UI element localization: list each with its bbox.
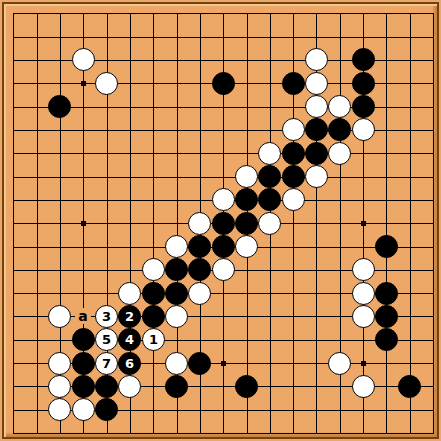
black-stone <box>212 72 235 95</box>
black-stone <box>212 212 235 235</box>
black-stone <box>305 142 328 165</box>
hoshi-point <box>221 361 226 366</box>
black-stone <box>305 118 328 141</box>
black-stone <box>72 352 95 375</box>
white-stone <box>142 258 165 281</box>
grid-vline <box>433 13 434 434</box>
white-stone <box>352 305 375 328</box>
black-stone <box>165 258 188 281</box>
white-stone <box>352 258 375 281</box>
move-7-stone: 7 <box>95 352 118 375</box>
white-stone <box>212 258 235 281</box>
move-2-stone: 2 <box>118 305 141 328</box>
white-stone <box>188 282 211 305</box>
black-stone <box>165 375 188 398</box>
white-stone <box>282 188 305 211</box>
black-stone <box>188 258 211 281</box>
move-number: 6 <box>125 357 134 370</box>
black-stone <box>72 375 95 398</box>
move-number: 3 <box>102 310 111 323</box>
move-number: 5 <box>102 333 111 346</box>
black-stone <box>235 375 258 398</box>
black-stone <box>375 328 398 351</box>
white-stone <box>305 48 328 71</box>
black-stone <box>282 142 305 165</box>
white-stone <box>305 95 328 118</box>
white-stone <box>235 235 258 258</box>
white-stone <box>165 352 188 375</box>
white-stone <box>118 375 141 398</box>
black-stone <box>375 282 398 305</box>
black-stone <box>95 375 118 398</box>
grid-hline <box>13 433 434 434</box>
hoshi-point <box>81 81 86 86</box>
hoshi-point <box>361 361 366 366</box>
white-stone <box>258 212 281 235</box>
black-stone <box>375 305 398 328</box>
white-stone <box>48 398 71 421</box>
black-stone <box>282 72 305 95</box>
white-stone <box>188 212 211 235</box>
black-stone <box>165 282 188 305</box>
go-board: 3254176a <box>0 0 441 441</box>
white-stone <box>48 375 71 398</box>
black-stone <box>235 188 258 211</box>
black-stone <box>72 328 95 351</box>
white-stone <box>305 165 328 188</box>
move-number: 2 <box>125 310 134 323</box>
move-6-stone: 6 <box>118 352 141 375</box>
grid-vline <box>410 13 411 434</box>
white-stone <box>282 118 305 141</box>
black-stone <box>212 235 235 258</box>
move-1-stone: 1 <box>142 328 165 351</box>
black-stone <box>95 398 118 421</box>
move-5-stone: 5 <box>95 328 118 351</box>
white-stone <box>165 235 188 258</box>
black-stone <box>352 72 375 95</box>
white-stone <box>48 352 71 375</box>
white-stone <box>72 48 95 71</box>
black-stone <box>188 352 211 375</box>
move-number: 4 <box>125 333 134 346</box>
black-stone <box>258 188 281 211</box>
hoshi-point <box>361 221 366 226</box>
label-a: a <box>75 308 91 324</box>
grid-vline <box>386 13 387 434</box>
hoshi-point <box>81 221 86 226</box>
white-stone <box>328 142 351 165</box>
white-stone <box>95 72 118 95</box>
white-stone <box>118 282 141 305</box>
black-stone <box>375 235 398 258</box>
white-stone <box>235 165 258 188</box>
white-stone <box>352 282 375 305</box>
black-stone <box>235 212 258 235</box>
black-stone <box>328 118 351 141</box>
black-stone <box>352 95 375 118</box>
white-stone <box>165 305 188 328</box>
white-stone <box>258 142 281 165</box>
move-4-stone: 4 <box>118 328 141 351</box>
white-stone <box>305 72 328 95</box>
white-stone <box>72 398 95 421</box>
white-stone <box>328 95 351 118</box>
black-stone <box>282 165 305 188</box>
move-number: 1 <box>149 333 158 346</box>
white-stone <box>352 375 375 398</box>
white-stone <box>352 118 375 141</box>
white-stone <box>48 305 71 328</box>
move-number: 7 <box>102 357 111 370</box>
black-stone <box>258 165 281 188</box>
move-3-stone: 3 <box>95 305 118 328</box>
white-stone <box>328 352 351 375</box>
black-stone <box>48 95 71 118</box>
black-stone <box>352 48 375 71</box>
black-stone <box>188 235 211 258</box>
black-stone <box>398 375 421 398</box>
black-stone <box>142 305 165 328</box>
white-stone <box>212 188 235 211</box>
black-stone <box>142 282 165 305</box>
